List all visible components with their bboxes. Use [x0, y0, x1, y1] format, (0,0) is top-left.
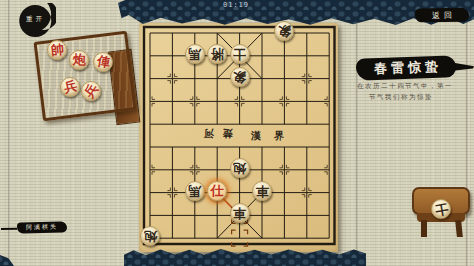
piece-red-advisor[interactable]: 仕 [207, 181, 227, 201]
piece-black-elephant[interactable]: 象 [230, 67, 250, 87]
river-label-chu: 楚河 [177, 126, 233, 140]
piece-glyph: 仕 [211, 181, 224, 201]
piece-glyph: 馬 [188, 181, 201, 201]
level-description-line1: 在农历二十四节气中，第一 [357, 82, 474, 91]
tatami-seam [8, 0, 11, 266]
back-button[interactable]: 返回 [415, 8, 469, 23]
level-description-line2: 节气我们称为惊蛰 [369, 93, 474, 102]
piece-glyph: 士 [233, 44, 246, 64]
piece-black-chariot[interactable]: 車 [230, 203, 250, 223]
captured-piece-cannon: 炮 [69, 50, 89, 70]
restart-label[interactable]: 重开 [26, 15, 45, 24]
piece-glyph: 炮 [233, 158, 246, 178]
piece-glyph: 炮 [72, 50, 86, 70]
tatami-seam [466, 0, 469, 266]
piece-black-horse[interactable]: 馬 [185, 181, 205, 201]
tatami-seam [356, 0, 359, 266]
piece-glyph: 車 [233, 203, 246, 223]
piece-black-general[interactable]: 將 [207, 44, 227, 64]
bottom-left-button[interactable]: 阿满棋关 [17, 221, 67, 233]
piece-black-horse[interactable]: 馬 [185, 44, 205, 64]
river-label-han: 漢界 [251, 129, 309, 143]
stool-leg [421, 220, 427, 237]
piece-glyph: 俥 [95, 51, 111, 73]
piece-glyph: 兵 [62, 76, 79, 98]
piece-glyph: 士 [433, 198, 449, 220]
piece-black-advisor[interactable]: 士 [230, 44, 250, 64]
piece-glyph: 炮 [144, 226, 157, 246]
captured-piece-soldier: 兵 [81, 81, 101, 101]
game-timer: 01:19 [210, 1, 262, 9]
piece-black-cannon[interactable]: 炮 [230, 158, 250, 178]
piece-glyph: 馬 [188, 44, 201, 64]
captured-piece-advisor: 士 [431, 199, 451, 219]
captured-piece-soldier: 兵 [60, 77, 80, 97]
piece-glyph: 將 [211, 44, 224, 64]
piece-glyph: 帥 [49, 39, 64, 60]
piece-glyph: 象 [278, 21, 291, 41]
piece-glyph: 車 [256, 181, 269, 201]
level-title: 春雷惊蛰 [356, 55, 457, 80]
piece-glyph: 象 [233, 67, 246, 87]
captured-piece-general: 帥 [47, 40, 67, 60]
piece-black-chariot[interactable]: 車 [252, 181, 272, 201]
captured-piece-chariot: 俥 [93, 52, 113, 72]
